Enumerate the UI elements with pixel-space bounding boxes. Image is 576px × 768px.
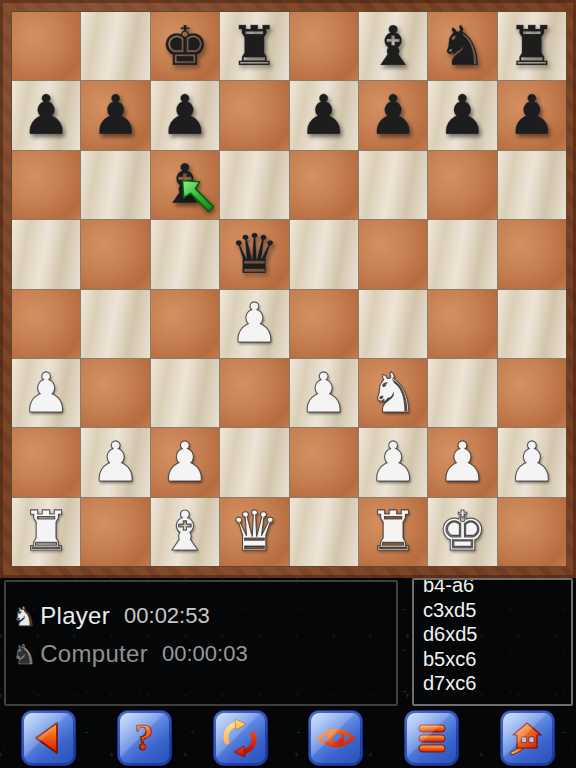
square-a6[interactable] <box>12 151 80 219</box>
square-c2[interactable]: ♟ <box>151 428 219 496</box>
square-c3[interactable] <box>151 359 219 427</box>
square-f2[interactable]: ♟ <box>359 428 427 496</box>
square-g4[interactable] <box>428 290 496 358</box>
white-rook: ♜ <box>368 504 417 559</box>
computer-label: Computer <box>40 640 148 668</box>
black-pawn: ♟ <box>22 88 71 143</box>
black-pawn: ♟ <box>299 88 348 143</box>
square-d2[interactable] <box>220 428 288 496</box>
black-king: ♚ <box>160 19 209 74</box>
square-h1[interactable] <box>498 498 566 566</box>
square-f4[interactable] <box>359 290 427 358</box>
rotate-arrows-icon <box>220 718 260 758</box>
square-h3[interactable] <box>498 359 566 427</box>
square-d8[interactable]: ♜ <box>220 12 288 80</box>
square-a1[interactable]: ♜ <box>12 498 80 566</box>
home-icon <box>507 718 547 758</box>
black-rook: ♜ <box>230 19 279 74</box>
back-triangle-icon <box>29 718 69 758</box>
black-pawn: ♟ <box>368 88 417 143</box>
toolbar-button-menu[interactable] <box>404 710 459 766</box>
square-c7[interactable]: ♟ <box>151 81 219 149</box>
black-queen: ♛ <box>230 227 279 282</box>
square-c4[interactable] <box>151 290 219 358</box>
square-g2[interactable]: ♟ <box>428 428 496 496</box>
square-g7[interactable]: ♟ <box>428 81 496 149</box>
square-c6[interactable]: ♝ <box>151 151 219 219</box>
player-time: 00:02:53 <box>124 603 210 629</box>
square-e7[interactable]: ♟ <box>290 81 358 149</box>
square-d7[interactable] <box>220 81 288 149</box>
square-f7[interactable]: ♟ <box>359 81 427 149</box>
white-knight-icon: ♞ <box>12 603 36 630</box>
square-a2[interactable] <box>12 428 80 496</box>
square-f3[interactable]: ♞ <box>359 359 427 427</box>
square-g3[interactable] <box>428 359 496 427</box>
toolbar-button-show[interactable] <box>308 710 363 766</box>
white-king: ♚ <box>438 504 487 559</box>
white-pawn: ♟ <box>507 435 556 490</box>
white-pawn: ♟ <box>299 366 348 421</box>
question-mark-icon: ? <box>124 718 164 758</box>
black-knight-icon: ♞ <box>12 641 36 668</box>
square-e2[interactable] <box>290 428 358 496</box>
black-pawn: ♟ <box>507 88 556 143</box>
black-knight: ♞ <box>438 19 487 74</box>
white-queen: ♛ <box>230 504 279 559</box>
square-f8[interactable]: ♝ <box>359 12 427 80</box>
square-f6[interactable] <box>359 151 427 219</box>
black-pawn: ♟ <box>160 88 209 143</box>
white-pawn: ♟ <box>91 435 140 490</box>
square-c5[interactable] <box>151 220 219 288</box>
player-clock-row: ♞ Player 00:02:53 <box>12 602 396 630</box>
move-entry: d6xd5 <box>423 622 571 647</box>
square-d4[interactable]: ♟ <box>220 290 288 358</box>
toolbar-button-home[interactable] <box>500 710 555 766</box>
white-pawn: ♟ <box>160 435 209 490</box>
menu-bars-icon <box>412 718 452 758</box>
black-bishop: ♝ <box>368 19 417 74</box>
square-b7[interactable]: ♟ <box>81 81 149 149</box>
white-bishop: ♝ <box>160 504 209 559</box>
toolbar-button-flip[interactable] <box>213 710 268 766</box>
white-pawn: ♟ <box>22 366 71 421</box>
move-list: b4-a6c3xd5d6xd5b5xc6d7xc6 <box>414 578 571 696</box>
status-area: ♞ Player 00:02:53 ♞ Computer 00:00:03 b4… <box>0 578 576 768</box>
square-c8[interactable]: ♚ <box>151 12 219 80</box>
square-f1[interactable]: ♜ <box>359 498 427 566</box>
player-label: Player <box>40 602 110 630</box>
square-a7[interactable]: ♟ <box>12 81 80 149</box>
square-e1[interactable] <box>290 498 358 566</box>
toolbar-button-hint[interactable]: ? <box>117 710 172 766</box>
svg-text:?: ? <box>135 718 154 758</box>
toolbar: ? <box>0 708 576 768</box>
white-rook: ♜ <box>22 504 71 559</box>
square-d5[interactable]: ♛ <box>220 220 288 288</box>
square-b4[interactable] <box>81 290 149 358</box>
black-pawn: ♟ <box>91 88 140 143</box>
computer-time: 00:00:03 <box>162 641 248 667</box>
square-g6[interactable] <box>428 151 496 219</box>
square-e6[interactable] <box>290 151 358 219</box>
square-g5[interactable] <box>428 220 496 288</box>
square-b2[interactable]: ♟ <box>81 428 149 496</box>
chess-board: ♚♜♝♞♜♟♟♟♟♟♟♟♝♛♟♟♟♞♟♟♟♟♟♜♝♛♜♚ <box>11 11 567 567</box>
computer-clock-row: ♞ Computer 00:00:03 <box>12 640 396 668</box>
white-knight: ♞ <box>368 366 417 421</box>
square-a3[interactable]: ♟ <box>12 359 80 427</box>
square-a5[interactable] <box>12 220 80 288</box>
toolbar-button-back[interactable] <box>21 710 76 766</box>
square-b5[interactable] <box>81 220 149 288</box>
square-e8[interactable] <box>290 12 358 80</box>
square-h7[interactable]: ♟ <box>498 81 566 149</box>
square-h6[interactable] <box>498 151 566 219</box>
square-g1[interactable]: ♚ <box>428 498 496 566</box>
square-e5[interactable] <box>290 220 358 288</box>
black-pawn: ♟ <box>438 88 487 143</box>
move-list-panel[interactable]: b4-a6c3xd5d6xd5b5xc6d7xc6 <box>412 578 573 706</box>
last-move-arrow-icon <box>181 179 217 215</box>
square-h4[interactable] <box>498 290 566 358</box>
square-d6[interactable] <box>220 151 288 219</box>
chess-board-frame: ♚♜♝♞♜♟♟♟♟♟♟♟♝♛♟♟♟♞♟♟♟♟♟♜♝♛♜♚ <box>0 0 576 578</box>
square-h5[interactable] <box>498 220 566 288</box>
eye-icon <box>316 718 356 758</box>
move-entry: b4-a6 <box>423 578 571 598</box>
square-e3[interactable]: ♟ <box>290 359 358 427</box>
square-b6[interactable] <box>81 151 149 219</box>
square-e4[interactable] <box>290 290 358 358</box>
square-b1[interactable] <box>81 498 149 566</box>
square-g8[interactable]: ♞ <box>428 12 496 80</box>
square-h2[interactable]: ♟ <box>498 428 566 496</box>
move-entry: c3xd5 <box>423 598 571 623</box>
square-a4[interactable] <box>12 290 80 358</box>
white-pawn: ♟ <box>230 296 279 351</box>
square-b3[interactable] <box>81 359 149 427</box>
square-d1[interactable]: ♛ <box>220 498 288 566</box>
square-f5[interactable] <box>359 220 427 288</box>
white-pawn: ♟ <box>438 435 487 490</box>
move-entry: d7xc6 <box>423 671 571 696</box>
clock-panel: ♞ Player 00:02:53 ♞ Computer 00:00:03 <box>4 580 398 706</box>
square-d3[interactable] <box>220 359 288 427</box>
move-entry: b5xc6 <box>423 647 571 672</box>
square-a8[interactable] <box>12 12 80 80</box>
square-h8[interactable]: ♜ <box>498 12 566 80</box>
white-pawn: ♟ <box>368 435 417 490</box>
square-b8[interactable] <box>81 12 149 80</box>
black-rook: ♜ <box>507 19 556 74</box>
square-c1[interactable]: ♝ <box>151 498 219 566</box>
